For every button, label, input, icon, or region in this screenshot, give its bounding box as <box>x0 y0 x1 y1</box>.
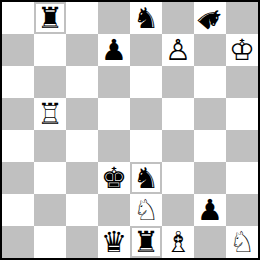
square-b2[interactable] <box>34 194 66 226</box>
square-d6[interactable] <box>98 66 130 98</box>
square-g8[interactable]: ♞ <box>194 2 226 34</box>
white-king-glyph: ♔ <box>229 36 255 65</box>
square-e7[interactable] <box>130 34 162 66</box>
black-rook-glyph: ♜ <box>37 4 63 33</box>
square-h1[interactable]: ♘ <box>226 226 258 258</box>
square-b5[interactable]: ♖ <box>34 98 66 130</box>
square-d7[interactable]: ♟ <box>98 34 130 66</box>
square-c5[interactable] <box>66 98 98 130</box>
square-f1[interactable]: ♗ <box>162 226 194 258</box>
black-rotated-knight-g8[interactable]: ♞ <box>196 4 224 32</box>
black-pawn-d7[interactable]: ♟ <box>100 36 128 64</box>
black-rotated-knight-glyph: ♞ <box>191 0 230 37</box>
square-a1[interactable] <box>2 226 34 258</box>
square-h7[interactable]: ♔ <box>226 34 258 66</box>
square-g5[interactable] <box>194 98 226 130</box>
square-b3[interactable] <box>34 162 66 194</box>
black-queen-glyph: ♛ <box>101 228 127 257</box>
square-c4[interactable] <box>66 130 98 162</box>
square-c2[interactable] <box>66 194 98 226</box>
square-c1[interactable] <box>66 226 98 258</box>
black-rook-b8[interactable]: ♜ <box>36 4 64 32</box>
white-knight-glyph: ♘ <box>229 228 255 257</box>
black-king-glyph: ♚ <box>101 164 127 193</box>
square-f6[interactable] <box>162 66 194 98</box>
square-f2[interactable] <box>162 194 194 226</box>
square-b1[interactable] <box>34 226 66 258</box>
white-knight-glyph: ♘ <box>133 196 159 225</box>
square-h8[interactable] <box>226 2 258 34</box>
black-knight-glyph: ♞ <box>133 4 159 33</box>
white-king-h7[interactable]: ♔ <box>228 36 256 64</box>
square-c8[interactable] <box>66 2 98 34</box>
square-h2[interactable] <box>226 194 258 226</box>
square-c3[interactable] <box>66 162 98 194</box>
square-f4[interactable] <box>162 130 194 162</box>
square-d3[interactable]: ♚ <box>98 162 130 194</box>
square-c6[interactable] <box>66 66 98 98</box>
white-bishop-glyph: ♗ <box>165 228 191 257</box>
square-d2[interactable] <box>98 194 130 226</box>
white-knight-h1[interactable]: ♘ <box>228 228 256 256</box>
square-e4[interactable] <box>130 130 162 162</box>
square-h6[interactable] <box>226 66 258 98</box>
white-knight-e2[interactable]: ♘ <box>132 196 160 224</box>
square-g4[interactable] <box>194 130 226 162</box>
square-a3[interactable] <box>2 162 34 194</box>
white-bishop-f1[interactable]: ♗ <box>164 228 192 256</box>
square-d5[interactable] <box>98 98 130 130</box>
black-king-d3[interactable]: ♚ <box>100 164 128 192</box>
square-d1[interactable]: ♛ <box>98 226 130 258</box>
square-a7[interactable] <box>2 34 34 66</box>
square-b4[interactable] <box>34 130 66 162</box>
square-c7[interactable] <box>66 34 98 66</box>
square-f3[interactable] <box>162 162 194 194</box>
square-b6[interactable] <box>34 66 66 98</box>
square-h3[interactable] <box>226 162 258 194</box>
square-a6[interactable] <box>2 66 34 98</box>
white-pawn-glyph: ♙ <box>165 36 191 65</box>
black-knight-e8[interactable]: ♞ <box>132 4 160 32</box>
black-pawn-glyph: ♟ <box>101 36 127 65</box>
square-g2[interactable]: ♟ <box>194 194 226 226</box>
chess-board: ♜♞♞♟♙♔♖♚♞♘♟♛♜♗♘ <box>2 2 258 258</box>
chess-diagram-frame: ♜♞♞♟♙♔♖♚♞♘♟♛♜♗♘ <box>0 0 260 260</box>
white-pawn-f7[interactable]: ♙ <box>164 36 192 64</box>
square-g3[interactable] <box>194 162 226 194</box>
black-queen-d1[interactable]: ♛ <box>100 228 128 256</box>
square-a2[interactable] <box>2 194 34 226</box>
square-h4[interactable] <box>226 130 258 162</box>
square-f7[interactable]: ♙ <box>162 34 194 66</box>
square-e3[interactable]: ♞ <box>130 162 162 194</box>
white-rook-b5[interactable]: ♖ <box>36 100 64 128</box>
white-rook-glyph: ♖ <box>37 100 63 129</box>
square-a5[interactable] <box>2 98 34 130</box>
black-pawn-glyph: ♟ <box>197 196 223 225</box>
square-g1[interactable] <box>194 226 226 258</box>
square-h5[interactable] <box>226 98 258 130</box>
square-b7[interactable] <box>34 34 66 66</box>
black-knight-e3[interactable]: ♞ <box>132 164 160 192</box>
square-d8[interactable] <box>98 2 130 34</box>
square-a4[interactable] <box>2 130 34 162</box>
square-g6[interactable] <box>194 66 226 98</box>
black-rook-glyph: ♜ <box>133 228 159 257</box>
square-e5[interactable] <box>130 98 162 130</box>
square-e1[interactable]: ♜ <box>130 226 162 258</box>
black-rook-e1[interactable]: ♜ <box>132 228 160 256</box>
black-knight-glyph: ♞ <box>133 164 159 193</box>
square-e8[interactable]: ♞ <box>130 2 162 34</box>
square-g7[interactable] <box>194 34 226 66</box>
square-b8[interactable]: ♜ <box>34 2 66 34</box>
square-f8[interactable] <box>162 2 194 34</box>
square-e2[interactable]: ♘ <box>130 194 162 226</box>
square-f5[interactable] <box>162 98 194 130</box>
square-d4[interactable] <box>98 130 130 162</box>
black-pawn-g2[interactable]: ♟ <box>196 196 224 224</box>
square-a8[interactable] <box>2 2 34 34</box>
square-e6[interactable] <box>130 66 162 98</box>
